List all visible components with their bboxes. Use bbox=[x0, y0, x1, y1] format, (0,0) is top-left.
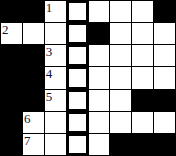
black-cell-r1c1 bbox=[1, 1, 22, 22]
cell-r7c3[interactable] bbox=[45, 134, 66, 155]
cell-r6c5[interactable] bbox=[89, 112, 110, 133]
cell-r6c2[interactable]: 6 bbox=[23, 112, 44, 133]
solution-cell-r1c4[interactable] bbox=[67, 1, 88, 22]
cell-r6c6[interactable] bbox=[110, 112, 131, 133]
cell-r2c2[interactable] bbox=[23, 23, 44, 44]
black-cell-r7c6 bbox=[110, 134, 131, 155]
cell-r2c8[interactable] bbox=[154, 23, 175, 44]
solution-cell-r3c4[interactable] bbox=[67, 45, 88, 66]
cell-r2c7[interactable] bbox=[132, 23, 153, 44]
cell-r2c3[interactable] bbox=[45, 23, 66, 44]
cell-r3c3[interactable]: 3 bbox=[45, 45, 66, 66]
cell-r4c8[interactable] bbox=[154, 67, 175, 88]
crossword-grid: 1234567 bbox=[0, 0, 176, 156]
cell-r7c2[interactable]: 7 bbox=[23, 134, 44, 155]
cell-r3c8[interactable] bbox=[154, 45, 175, 66]
black-cell-r6c1 bbox=[1, 112, 22, 133]
cell-r3c5[interactable] bbox=[89, 45, 110, 66]
black-cell-r5c8 bbox=[154, 90, 175, 111]
cell-r1c6[interactable] bbox=[110, 1, 131, 22]
cell-r5c3[interactable]: 5 bbox=[45, 90, 66, 111]
black-cell-r7c7 bbox=[132, 134, 153, 155]
solution-cell-r6c4[interactable] bbox=[67, 112, 88, 133]
clue-number-2: 2 bbox=[2, 23, 9, 36]
black-cell-r3c2 bbox=[23, 45, 44, 66]
black-cell-r5c2 bbox=[23, 90, 44, 111]
black-cell-r4c2 bbox=[23, 67, 44, 88]
cell-r1c3[interactable]: 1 bbox=[45, 1, 66, 22]
solution-cell-r4c4[interactable] bbox=[67, 67, 88, 88]
cell-r1c7[interactable] bbox=[132, 1, 153, 22]
black-cell-r7c8 bbox=[154, 134, 175, 155]
clue-number-6: 6 bbox=[24, 112, 31, 125]
cell-r2c1[interactable]: 2 bbox=[1, 23, 22, 44]
clue-number-1: 1 bbox=[46, 1, 53, 14]
black-cell-r5c7 bbox=[132, 90, 153, 111]
cell-r2c6[interactable] bbox=[110, 23, 131, 44]
solution-cell-r7c4[interactable] bbox=[67, 134, 88, 155]
solution-cell-r2c4[interactable] bbox=[67, 23, 88, 44]
black-cell-r1c8 bbox=[154, 1, 175, 22]
cell-r7c5[interactable] bbox=[89, 134, 110, 155]
black-cell-r2c5 bbox=[89, 23, 110, 44]
clue-number-3: 3 bbox=[46, 45, 53, 58]
cell-r3c6[interactable] bbox=[110, 45, 131, 66]
cell-r5c5[interactable] bbox=[89, 90, 110, 111]
clue-number-4: 4 bbox=[46, 67, 53, 80]
black-cell-r7c1 bbox=[1, 134, 22, 155]
black-cell-r4c1 bbox=[1, 67, 22, 88]
clue-number-5: 5 bbox=[46, 90, 53, 103]
cell-r4c5[interactable] bbox=[89, 67, 110, 88]
cell-r6c3[interactable] bbox=[45, 112, 66, 133]
cell-r6c7[interactable] bbox=[132, 112, 153, 133]
black-cell-r3c1 bbox=[1, 45, 22, 66]
clue-number-7: 7 bbox=[24, 134, 31, 147]
black-cell-r1c2 bbox=[23, 1, 44, 22]
cell-r3c7[interactable] bbox=[132, 45, 153, 66]
cell-r4c3[interactable]: 4 bbox=[45, 67, 66, 88]
cell-r4c6[interactable] bbox=[110, 67, 131, 88]
black-cell-r5c1 bbox=[1, 90, 22, 111]
cell-r1c5[interactable] bbox=[89, 1, 110, 22]
cell-r6c8[interactable] bbox=[154, 112, 175, 133]
solution-cell-r5c4[interactable] bbox=[67, 90, 88, 111]
cell-r4c7[interactable] bbox=[132, 67, 153, 88]
cell-r5c6[interactable] bbox=[110, 90, 131, 111]
